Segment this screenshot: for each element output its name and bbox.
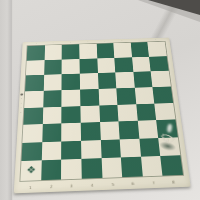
coordinate-mark: · [96,39,113,43]
board-square [81,158,102,178]
coordinate-mark: · [62,40,79,44]
coordinate-mark: · [28,41,45,45]
board-square [44,59,62,75]
board-square [42,123,62,142]
coordinate-label: 2 [42,183,60,191]
coordinate-mark: · [45,41,62,45]
board-square [98,88,117,105]
board-square [61,141,81,160]
board-square [23,107,43,125]
board-square [115,72,134,88]
board-square [62,89,81,106]
coordinate-label: 7 [144,179,162,187]
board-square [120,139,141,158]
board-square [131,42,150,57]
board-square [151,71,171,87]
board-square [132,57,151,73]
coordinate-label: 4 [83,181,101,189]
board-square [43,90,62,107]
board-square [21,142,42,161]
board-square [148,42,167,57]
board-square [133,71,153,87]
board-square [62,59,80,75]
board-square [24,91,43,108]
board-square [22,124,42,143]
board-square [81,140,101,159]
board-square [98,73,117,89]
board-square [61,159,81,179]
photo-background: ❖ ········ 12345678 ●···· ♘ [0,0,200,200]
coordinate-label: 3 [63,182,81,190]
board-square [135,87,155,104]
board-square [62,44,80,59]
board-square [79,44,97,59]
board-square [141,156,163,176]
board-square [149,56,168,72]
board-square [121,157,143,177]
coordinate-label: 1 [21,184,39,192]
board-square [117,104,137,122]
board-square [44,45,62,60]
board-square [80,105,99,123]
board-square [62,106,81,124]
board-square [41,160,62,180]
board-square [153,86,173,103]
board-square [26,60,44,76]
fallen-piece: ♘ [159,129,181,155]
board-square [81,122,101,140]
board-square [101,158,122,178]
board-grid: ❖ [19,41,184,182]
board-square [100,121,120,139]
board-square [119,121,140,139]
cloth-fold-left [0,0,13,200]
board-square [155,103,176,121]
board-square [61,123,80,141]
board-square [100,139,121,158]
board-square [27,45,45,60]
board-square [99,105,119,123]
coordinate-mark: · [79,40,96,44]
board-square [161,156,183,176]
fallen-piece-highlight [167,123,173,133]
coordinate-label: 8 [165,178,183,186]
coordinate-label: 6 [124,180,142,188]
board-square [114,57,133,73]
board-square [80,89,99,106]
coordinate-mark: · [113,39,130,43]
board-square [96,43,114,58]
board-square [113,43,131,58]
board-square [41,141,61,160]
board-square [25,75,44,91]
board-square [79,58,97,74]
board-square [97,58,115,74]
board-square [80,73,99,89]
board-square: ❖ [20,161,41,181]
board-square [43,74,61,90]
chess-board: ❖ ········ 12345678 ●···· ♘ [14,38,191,194]
coordinate-mark: · [130,38,147,42]
board-square [136,103,156,121]
corner-emblem: ❖ [20,161,41,181]
board-square [62,74,80,90]
board-square [42,106,61,124]
coordinate-mark: · [147,38,164,42]
coordinate-label: 5 [104,181,122,189]
board-square [116,88,136,105]
